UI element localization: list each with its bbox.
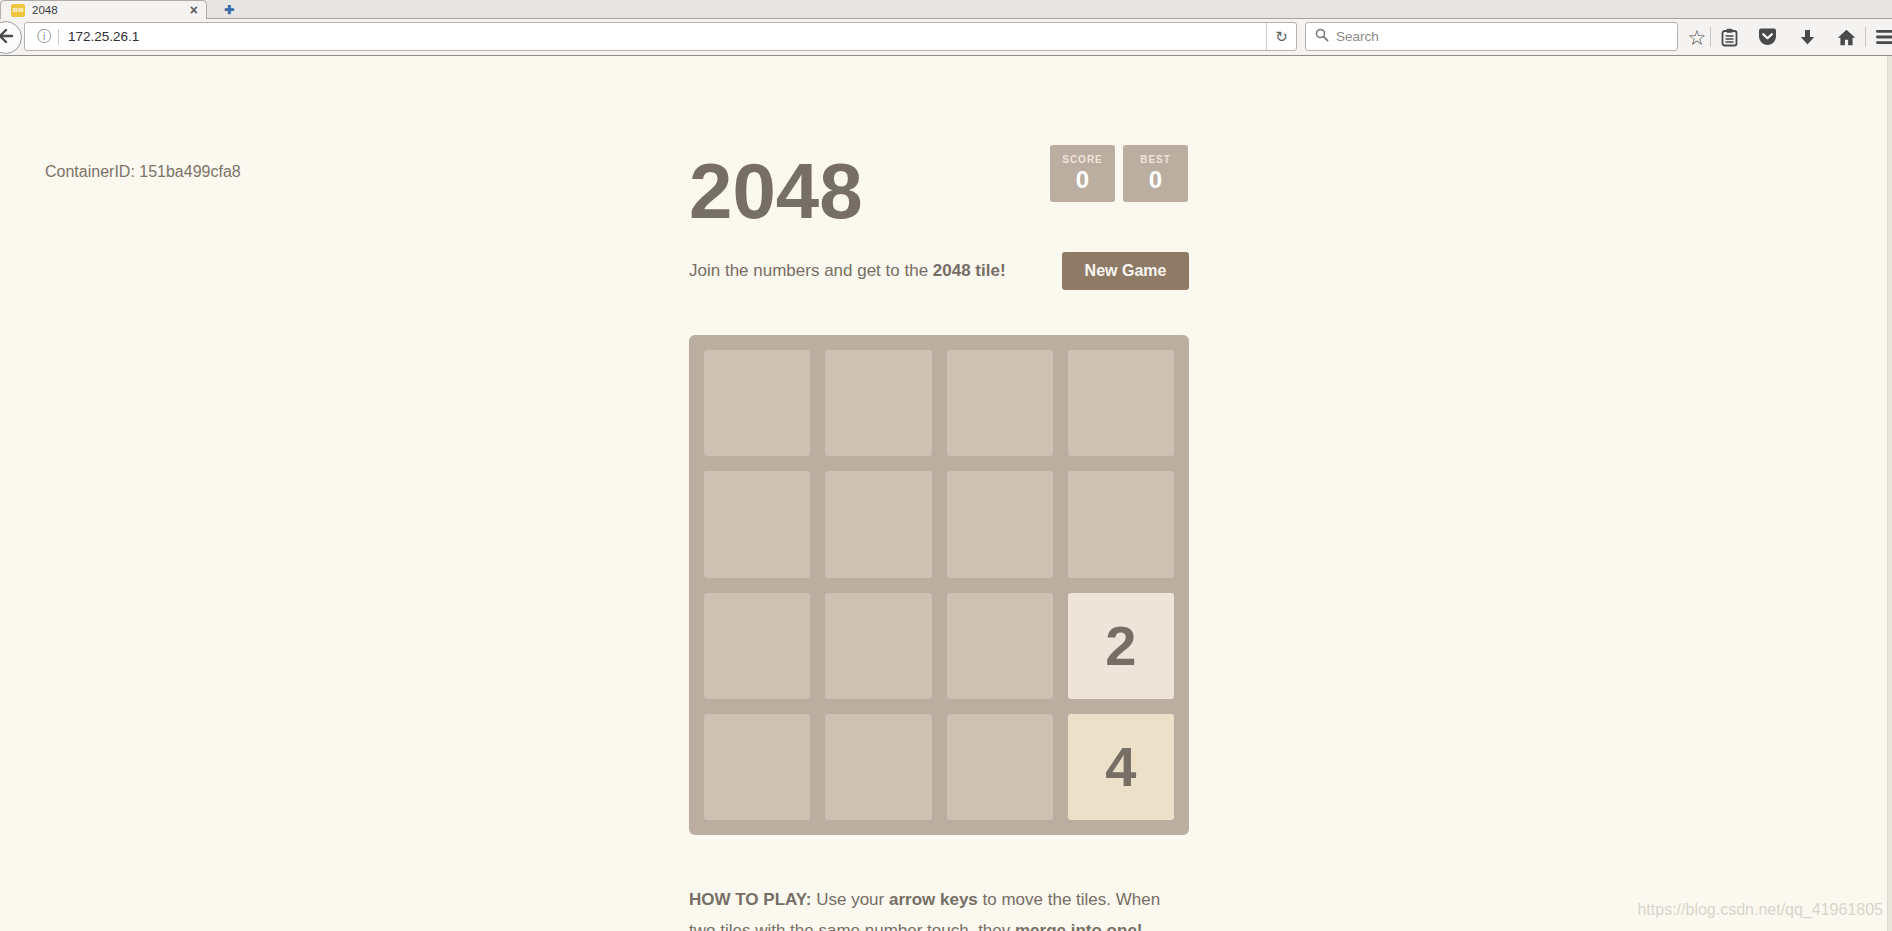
url-bar[interactable]: ⓘ 172.25.26.1 ↻ [24,22,1297,51]
tab-close-icon[interactable]: × [190,3,198,17]
page-scrollbar[interactable] [1887,56,1892,931]
board-cell-r1c1 [825,471,931,577]
score-value: 0 [1050,166,1115,194]
board-cell-r0c1 [825,350,931,456]
url-separator [58,29,59,45]
reload-button[interactable]: ↻ [1266,23,1296,50]
board-cell-r3c3-tile-4: 4 [1068,714,1174,820]
pocket-icon[interactable] [1747,28,1787,46]
download-icon[interactable] [1787,29,1827,46]
board-cell-r2c2 [947,593,1053,699]
best-box: BEST 0 [1123,145,1188,202]
board-cell-r1c3 [1068,471,1174,577]
how-to-play-text: HOW TO PLAY: Use your arrow keys to move… [689,884,1209,931]
board-cell-r1c2 [947,471,1053,577]
container-id-label: ContainerID: 151ba499cfa8 [45,163,241,181]
search-input[interactable]: Search [1305,22,1678,51]
search-icon [1315,28,1329,46]
tab-strip: 2048 2048 × ✚ [0,0,1892,19]
browser-tab-2048[interactable]: 2048 2048 × [0,0,207,19]
search-placeholder: Search [1336,29,1379,44]
score-box: SCORE 0 [1050,145,1115,202]
game-area: 2048 SCORE 0 BEST 0 Join the numbers and… [689,56,1189,931]
new-tab-button[interactable]: ✚ [218,1,240,18]
home-icon[interactable] [1827,29,1865,46]
best-value: 0 [1123,166,1188,194]
url-text[interactable]: 172.25.26.1 [68,29,139,44]
site-info-icon[interactable]: ⓘ [37,28,51,46]
back-arrow-icon [0,28,14,48]
reading-list-icon[interactable] [1711,28,1747,47]
board-cell-r0c2 [947,350,1053,456]
toolbar-separator [1865,27,1866,47]
menu-icon[interactable] [1870,30,1892,44]
board-cell-r1c0 [704,471,810,577]
board-cell-r2c3-tile-2: 2 [1068,593,1174,699]
favicon-2048-icon: 2048 [11,4,25,17]
page-content: ContainerID: 151ba499cfa8 2048 SCORE 0 B… [0,56,1892,931]
board-cell-r3c2 [947,714,1053,820]
board-cell-r0c3 [1068,350,1174,456]
tab-title: 2048 [32,4,190,16]
back-button[interactable] [0,21,22,54]
board-cell-r3c1 [825,714,931,820]
board-cell-r0c0 [704,350,810,456]
best-label: BEST [1123,154,1188,165]
page-title: 2048 [689,152,863,230]
score-label: SCORE [1050,154,1115,165]
browser-chrome: 2048 2048 × ✚ ⓘ 172.25.26.1 ↻ Search ☆ [0,0,1892,56]
watermark-text: https://blog.csdn.net/qq_41961805 [1637,901,1883,919]
subtitle: Join the numbers and get to the 2048 til… [689,261,1006,281]
board-cell-r2c1 [825,593,931,699]
toolbar-icons: ☆ [1684,19,1892,55]
game-board-2048: 2 4 [689,335,1189,835]
board-cell-r3c0 [704,714,810,820]
board-cell-r2c0 [704,593,810,699]
bookmark-star-icon[interactable]: ☆ [1684,27,1710,48]
navigation-toolbar: ⓘ 172.25.26.1 ↻ Search ☆ [0,19,1892,56]
new-game-button[interactable]: New Game [1062,252,1189,290]
